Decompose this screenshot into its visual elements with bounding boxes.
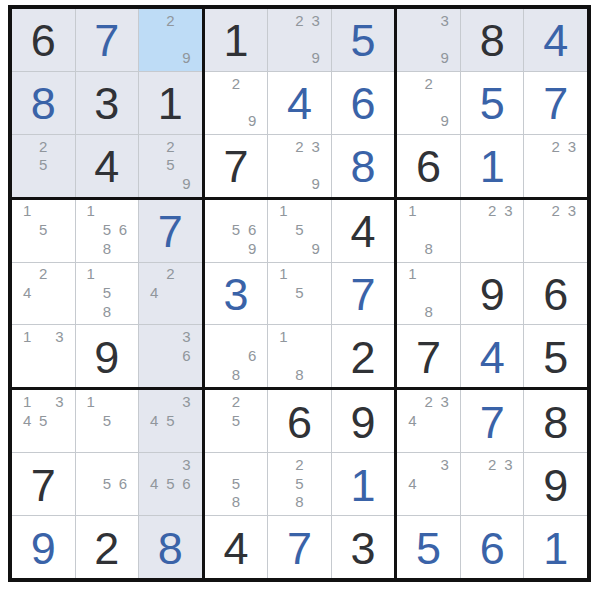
cell-r7c9[interactable]: 8 — [524, 390, 587, 452]
candidate-grid: 36 — [139, 325, 202, 387]
candidate-empty — [291, 346, 307, 365]
candidate-empty — [564, 174, 580, 193]
entered-digit: 3 — [223, 272, 248, 317]
candidate-empty — [244, 430, 260, 449]
candidate-3: 3 — [178, 392, 194, 411]
candidate-4: 4 — [19, 411, 35, 430]
candidate-empty — [421, 492, 437, 511]
candidate-empty — [162, 346, 178, 365]
candidate-empty — [35, 302, 51, 321]
candidate-empty — [83, 239, 99, 258]
box-8: 2569582581473 — [205, 390, 395, 578]
box-5: 5691594315768182 — [205, 200, 395, 388]
candidate-grid: 239 — [268, 135, 331, 197]
candidate-5: 5 — [228, 411, 244, 430]
cell-r4c7[interactable]: 18 — [397, 200, 460, 262]
cell-r4c9[interactable]: 23 — [524, 200, 587, 262]
cell-r2c4[interactable]: 29 — [205, 72, 268, 134]
cell-r2c6[interactable]: 6 — [332, 72, 395, 134]
candidate-empty — [212, 492, 228, 511]
box-2: 12395294672398 — [205, 9, 395, 197]
cell-r2c8[interactable]: 5 — [461, 72, 524, 134]
cell-r6c7[interactable]: 7 — [397, 325, 460, 387]
cell-r5c1[interactable]: 24 — [12, 263, 75, 325]
cell-r8c4[interactable]: 58 — [205, 453, 268, 515]
candidate-grid: 13 — [12, 325, 75, 387]
given-digit: 6 — [543, 272, 568, 317]
entered-digit: 6 — [480, 526, 505, 571]
cell-r9c8[interactable]: 6 — [461, 516, 524, 578]
candidate-empty — [146, 48, 162, 67]
cell-r3c1[interactable]: 25 — [12, 135, 75, 197]
candidate-empty — [308, 474, 324, 493]
cell-r5c2[interactable]: 158 — [76, 263, 139, 325]
cell-r8c9[interactable]: 9 — [524, 453, 587, 515]
given-digit: 6 — [287, 400, 312, 445]
candidate-5: 5 — [35, 155, 51, 174]
candidate-grid: 159 — [268, 200, 331, 262]
candidate-2: 2 — [35, 265, 51, 284]
given-digit: 1 — [223, 18, 248, 63]
candidate-1: 1 — [275, 327, 291, 346]
cell-r7c2[interactable]: 15 — [76, 390, 139, 452]
cell-r3c3[interactable]: 259 — [139, 135, 202, 197]
candidate-empty — [548, 174, 564, 193]
cell-r1c5[interactable]: 239 — [268, 9, 331, 71]
cell-r9c5[interactable]: 7 — [268, 516, 331, 578]
cell-r7c4[interactable]: 25 — [205, 390, 268, 452]
candidate-empty — [404, 220, 420, 239]
candidate-6: 6 — [244, 220, 260, 239]
cell-r1c4[interactable]: 1 — [205, 9, 268, 71]
entered-digit: 8 — [158, 526, 183, 571]
candidate-empty — [146, 137, 162, 156]
cell-r5c6[interactable]: 7 — [332, 263, 395, 325]
cell-r4c5[interactable]: 159 — [268, 200, 331, 262]
given-digit: 9 — [94, 335, 119, 380]
candidate-empty — [51, 265, 67, 284]
candidate-9: 9 — [308, 174, 324, 193]
candidate-empty — [162, 283, 178, 302]
candidate-grid: 58 — [205, 453, 268, 515]
cell-r1c9[interactable]: 4 — [524, 9, 587, 71]
candidate-empty — [421, 11, 437, 30]
cell-r3c9[interactable]: 23 — [524, 135, 587, 197]
candidate-empty — [275, 220, 291, 239]
cell-r6c3[interactable]: 36 — [139, 325, 202, 387]
candidate-empty — [531, 220, 547, 239]
candidate-empty — [421, 48, 437, 67]
cell-r8c3[interactable]: 3456 — [139, 453, 202, 515]
cell-r8c5[interactable]: 258 — [268, 453, 331, 515]
cell-r6c6[interactable]: 2 — [332, 325, 395, 387]
cell-r9c6[interactable]: 3 — [332, 516, 395, 578]
given-digit: 6 — [416, 144, 441, 189]
candidate-empty — [275, 239, 291, 258]
candidate-8: 8 — [291, 492, 307, 511]
cell-r2c5[interactable]: 4 — [268, 72, 331, 134]
candidate-empty — [468, 455, 484, 474]
cell-r1c3[interactable]: 29 — [139, 9, 202, 71]
cell-r3c8[interactable]: 1 — [461, 135, 524, 197]
candidate-empty — [19, 174, 35, 193]
candidate-empty — [35, 202, 51, 221]
candidate-empty — [308, 220, 324, 239]
candidate-3: 3 — [178, 327, 194, 346]
cell-r5c3[interactable]: 24 — [139, 263, 202, 325]
entered-digit: 1 — [351, 463, 376, 508]
cell-r4c1[interactable]: 15 — [12, 200, 75, 262]
candidate-empty — [212, 392, 228, 411]
candidate-empty — [212, 346, 228, 365]
cell-r2c9[interactable]: 7 — [524, 72, 587, 134]
candidate-empty — [162, 48, 178, 67]
candidate-empty — [115, 392, 131, 411]
candidate-empty — [35, 239, 51, 258]
candidate-empty — [146, 455, 162, 474]
candidate-3: 3 — [178, 455, 194, 474]
cell-r6c2[interactable]: 9 — [76, 325, 139, 387]
candidate-grid: 39 — [397, 9, 460, 71]
given-digit: 9 — [543, 463, 568, 508]
candidate-grid: 34 — [397, 453, 460, 515]
candidate-grid: 239 — [268, 9, 331, 71]
candidate-grid: 24 — [139, 263, 202, 325]
candidate-empty — [484, 474, 500, 493]
candidate-empty — [212, 74, 228, 93]
candidate-empty — [19, 220, 35, 239]
cell-r3c5[interactable]: 239 — [268, 135, 331, 197]
candidate-empty — [228, 93, 244, 112]
candidate-6: 6 — [115, 220, 131, 239]
cell-r3c2[interactable]: 4 — [76, 135, 139, 197]
candidate-empty — [35, 283, 51, 302]
box-7: 1345153457563456928 — [12, 390, 202, 578]
candidate-empty — [51, 137, 67, 156]
candidate-empty — [228, 346, 244, 365]
candidate-empty — [212, 474, 228, 493]
candidate-1: 1 — [275, 265, 291, 284]
candidate-empty — [421, 411, 437, 430]
entered-digit: 5 — [416, 526, 441, 571]
candidate-empty — [291, 174, 307, 193]
cell-r6c9[interactable]: 5 — [524, 325, 587, 387]
candidate-9: 9 — [308, 48, 324, 67]
candidate-empty — [437, 283, 453, 302]
cell-r4c6[interactable]: 4 — [332, 200, 395, 262]
cell-r1c2[interactable]: 7 — [76, 9, 139, 71]
candidate-5: 5 — [291, 220, 307, 239]
candidate-5: 5 — [35, 220, 51, 239]
candidate-empty — [244, 327, 260, 346]
candidate-empty — [291, 155, 307, 174]
candidate-grid: 68 — [205, 325, 268, 387]
candidate-5: 5 — [99, 283, 115, 302]
candidate-4: 4 — [19, 283, 35, 302]
candidate-1: 1 — [19, 392, 35, 411]
entered-digit: 6 — [351, 81, 376, 126]
cell-r4c4[interactable]: 569 — [205, 200, 268, 262]
candidate-empty — [115, 239, 131, 258]
candidate-9: 9 — [437, 111, 453, 130]
cell-r3c7[interactable]: 6 — [397, 135, 460, 197]
candidate-2: 2 — [291, 11, 307, 30]
candidate-2: 2 — [162, 11, 178, 30]
candidate-3: 3 — [437, 11, 453, 30]
candidate-empty — [244, 93, 260, 112]
cell-r5c9[interactable]: 6 — [524, 263, 587, 325]
candidate-empty — [146, 265, 162, 284]
candidate-empty — [178, 283, 194, 302]
cell-r1c8[interactable]: 8 — [461, 9, 524, 71]
candidate-empty — [437, 93, 453, 112]
candidate-empty — [437, 265, 453, 284]
candidate-empty — [115, 411, 131, 430]
candidate-empty — [308, 155, 324, 174]
cell-r1c6[interactable]: 5 — [332, 9, 395, 71]
candidate-9: 9 — [178, 48, 194, 67]
given-digit: 7 — [416, 335, 441, 380]
candidate-empty — [146, 11, 162, 30]
entered-digit: 7 — [351, 272, 376, 317]
candidate-empty — [51, 283, 67, 302]
cell-r7c8[interactable]: 7 — [461, 390, 524, 452]
entered-digit: 7 — [287, 526, 312, 571]
candidate-empty — [51, 220, 67, 239]
candidate-empty — [115, 265, 131, 284]
candidate-empty — [275, 137, 291, 156]
cell-r7c7[interactable]: 234 — [397, 390, 460, 452]
candidate-empty — [308, 283, 324, 302]
candidate-6: 6 — [178, 346, 194, 365]
candidate-empty — [35, 365, 51, 384]
candidate-empty — [178, 137, 194, 156]
cell-r4c3[interactable]: 7 — [139, 200, 202, 262]
candidate-4: 4 — [146, 474, 162, 493]
candidate-2: 2 — [228, 74, 244, 93]
candidate-grid: 29 — [397, 72, 460, 134]
entered-digit: 5 — [351, 18, 376, 63]
candidate-empty — [115, 302, 131, 321]
cell-r1c7[interactable]: 39 — [397, 9, 460, 71]
entered-digit: 7 — [480, 400, 505, 445]
candidate-2: 2 — [548, 137, 564, 156]
candidate-empty — [531, 155, 547, 174]
candidate-empty — [99, 430, 115, 449]
candidate-5: 5 — [99, 411, 115, 430]
cell-r7c5[interactable]: 6 — [268, 390, 331, 452]
candidate-5: 5 — [228, 220, 244, 239]
candidate-empty — [421, 202, 437, 221]
candidate-empty — [162, 365, 178, 384]
candidate-grid: 23 — [461, 453, 524, 515]
candidate-grid: 158 — [76, 263, 139, 325]
given-digit: 6 — [31, 18, 56, 63]
candidate-grid: 23 — [461, 200, 524, 262]
cell-r8c6[interactable]: 1 — [332, 453, 395, 515]
entered-digit: 9 — [31, 526, 56, 571]
cell-r8c2[interactable]: 56 — [76, 453, 139, 515]
cell-r7c6[interactable]: 9 — [332, 390, 395, 452]
candidate-empty — [275, 48, 291, 67]
cell-r4c2[interactable]: 1568 — [76, 200, 139, 262]
candidate-empty — [484, 220, 500, 239]
candidate-3: 3 — [500, 455, 516, 474]
candidate-empty — [404, 492, 420, 511]
cell-r5c5[interactable]: 15 — [268, 263, 331, 325]
candidate-empty — [212, 220, 228, 239]
candidate-empty — [51, 202, 67, 221]
candidate-empty — [437, 74, 453, 93]
cell-r3c4[interactable]: 7 — [205, 135, 268, 197]
candidate-empty — [275, 11, 291, 30]
candidate-empty — [291, 327, 307, 346]
candidate-empty — [212, 202, 228, 221]
cell-r2c1[interactable]: 8 — [12, 72, 75, 134]
cell-r6c8[interactable]: 4 — [461, 325, 524, 387]
candidate-6: 6 — [178, 474, 194, 493]
candidate-2: 2 — [228, 392, 244, 411]
candidate-empty — [548, 155, 564, 174]
candidate-empty — [83, 492, 99, 511]
candidate-empty — [83, 430, 99, 449]
candidate-empty — [19, 365, 35, 384]
cell-r9c2[interactable]: 2 — [76, 516, 139, 578]
candidate-grid: 25 — [12, 135, 75, 197]
candidate-empty — [51, 411, 67, 430]
candidate-empty — [275, 346, 291, 365]
cell-r5c8[interactable]: 9 — [461, 263, 524, 325]
candidate-empty — [146, 30, 162, 49]
candidate-empty — [228, 111, 244, 130]
candidate-empty — [244, 474, 260, 493]
candidate-empty — [308, 302, 324, 321]
candidate-empty — [162, 327, 178, 346]
cell-r8c8[interactable]: 23 — [461, 453, 524, 515]
candidate-empty — [437, 30, 453, 49]
cell-r9c3[interactable]: 8 — [139, 516, 202, 578]
cell-r8c1[interactable]: 7 — [12, 453, 75, 515]
candidate-6: 6 — [244, 346, 260, 365]
candidate-grid: 15 — [268, 263, 331, 325]
cell-r6c1[interactable]: 13 — [12, 325, 75, 387]
cell-r9c1[interactable]: 9 — [12, 516, 75, 578]
cell-r5c7[interactable]: 18 — [397, 263, 460, 325]
candidate-2: 2 — [484, 202, 500, 221]
candidate-empty — [115, 492, 131, 511]
candidate-empty — [19, 137, 35, 156]
candidate-8: 8 — [421, 302, 437, 321]
candidate-2: 2 — [291, 455, 307, 474]
candidate-empty — [178, 265, 194, 284]
candidate-9: 9 — [244, 111, 260, 130]
cell-r6c5[interactable]: 18 — [268, 325, 331, 387]
candidate-empty — [115, 202, 131, 221]
candidate-empty — [146, 302, 162, 321]
cell-r9c9[interactable]: 1 — [524, 516, 587, 578]
cell-r2c2[interactable]: 3 — [76, 72, 139, 134]
candidate-empty — [83, 302, 99, 321]
candidate-grid: 345 — [139, 390, 202, 452]
candidate-empty — [146, 174, 162, 193]
candidate-empty — [178, 11, 194, 30]
candidate-grid: 25 — [205, 390, 268, 452]
candidate-empty — [228, 202, 244, 221]
cell-r9c7[interactable]: 5 — [397, 516, 460, 578]
candidate-empty — [244, 411, 260, 430]
cell-r9c4[interactable]: 4 — [205, 516, 268, 578]
candidate-empty — [19, 265, 35, 284]
cell-r7c3[interactable]: 345 — [139, 390, 202, 452]
box-9: 2347834239561 — [397, 390, 587, 578]
candidate-empty — [178, 155, 194, 174]
candidate-empty — [275, 30, 291, 49]
candidate-empty — [404, 74, 420, 93]
candidate-empty — [178, 430, 194, 449]
candidate-empty — [500, 492, 516, 511]
candidate-empty — [83, 411, 99, 430]
candidate-3: 3 — [51, 327, 67, 346]
candidate-empty — [275, 283, 291, 302]
cell-r3c6[interactable]: 8 — [332, 135, 395, 197]
candidate-empty — [162, 430, 178, 449]
candidate-empty — [19, 302, 35, 321]
candidate-empty — [99, 392, 115, 411]
cell-r2c7[interactable]: 29 — [397, 72, 460, 134]
candidate-empty — [115, 283, 131, 302]
cell-r8c7[interactable]: 34 — [397, 453, 460, 515]
candidate-1: 1 — [19, 202, 35, 221]
candidate-empty — [468, 202, 484, 221]
candidate-empty — [51, 174, 67, 193]
cell-r5c4[interactable]: 3 — [205, 263, 268, 325]
candidate-grid: 23 — [524, 200, 587, 262]
candidate-empty — [437, 492, 453, 511]
candidate-2: 2 — [162, 265, 178, 284]
candidate-empty — [244, 202, 260, 221]
cell-r1c1[interactable]: 6 — [12, 9, 75, 71]
candidate-1: 1 — [275, 202, 291, 221]
candidate-6: 6 — [115, 474, 131, 493]
candidate-empty — [99, 455, 115, 474]
candidate-empty — [19, 239, 35, 258]
candidate-empty — [468, 492, 484, 511]
candidate-9: 9 — [437, 48, 453, 67]
candidate-grid: 3456 — [139, 453, 202, 515]
candidate-empty — [178, 492, 194, 511]
candidate-empty — [275, 455, 291, 474]
entered-digit: 4 — [480, 335, 505, 380]
candidate-empty — [468, 474, 484, 493]
candidate-empty — [275, 302, 291, 321]
cell-r7c1[interactable]: 1345 — [12, 390, 75, 452]
cell-r4c8[interactable]: 23 — [461, 200, 524, 262]
candidate-9: 9 — [244, 239, 260, 258]
candidate-empty — [212, 239, 228, 258]
candidate-3: 3 — [308, 11, 324, 30]
candidate-empty — [308, 30, 324, 49]
candidate-empty — [291, 239, 307, 258]
candidate-2: 2 — [162, 137, 178, 156]
cell-r6c4[interactable]: 68 — [205, 325, 268, 387]
candidate-empty — [421, 220, 437, 239]
given-digit: 8 — [480, 18, 505, 63]
candidate-grid: 18 — [397, 200, 460, 262]
cell-r2c3[interactable]: 1 — [139, 72, 202, 134]
candidate-empty — [115, 455, 131, 474]
candidate-4: 4 — [146, 283, 162, 302]
candidate-empty — [275, 155, 291, 174]
